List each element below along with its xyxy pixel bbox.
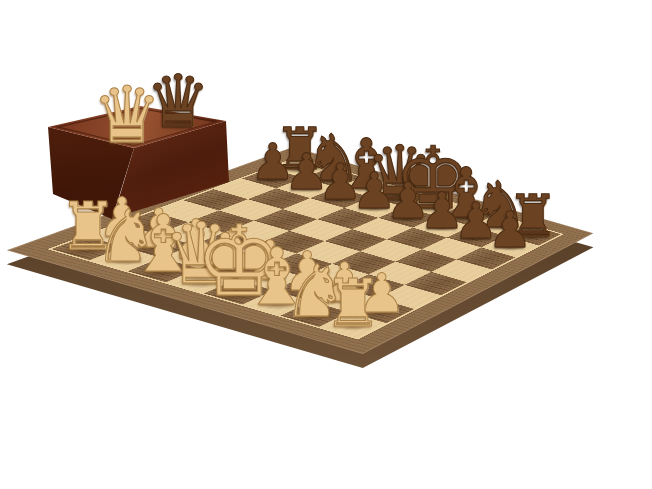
scene: ♜♞♝♛♚♝♞♜♟♟♟♟♟♟♟♟♟♟♟♟♟♟♟♟♜♞♝♛♚♝♞♜♛♛ [0, 0, 652, 489]
piece-black-pawn-h7[interactable]: ♟ [488, 205, 533, 255]
pieces-layer: ♜♞♝♛♚♝♞♜♟♟♟♟♟♟♟♟♟♟♟♟♟♟♟♟♜♞♝♛♚♝♞♜♛♛ [0, 0, 652, 489]
piece-white-rook-h1[interactable]: ♜ [323, 271, 382, 337]
spare-queen-black[interactable]: ♛ [146, 65, 211, 137]
